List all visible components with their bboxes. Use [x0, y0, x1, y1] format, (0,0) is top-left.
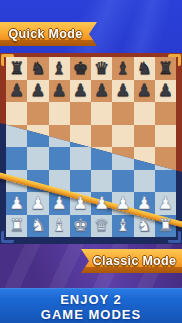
square[interactable] [91, 125, 112, 148]
piece-black-pawn[interactable]: ♟ [134, 80, 155, 103]
square[interactable] [134, 102, 155, 125]
piece-black-knight[interactable]: ♞ [134, 57, 155, 80]
square[interactable] [49, 102, 70, 125]
piece-black-pawn[interactable]: ♟ [112, 80, 133, 103]
piece-white-bishop[interactable]: ♝ [112, 215, 133, 238]
piece-white-pawn[interactable]: ♟ [155, 192, 176, 215]
square[interactable] [134, 170, 155, 193]
square[interactable] [155, 170, 176, 193]
square[interactable] [6, 147, 27, 170]
square[interactable] [112, 102, 133, 125]
quick-mode-banner[interactable]: Quick Mode [0, 22, 97, 46]
piece-white-bishop[interactable]: ♝ [49, 215, 70, 238]
square[interactable] [91, 102, 112, 125]
piece-black-rook[interactable]: ♜ [155, 57, 176, 80]
piece-black-pawn[interactable]: ♟ [27, 80, 48, 103]
square[interactable] [70, 170, 91, 193]
square[interactable] [6, 102, 27, 125]
piece-black-bishop[interactable]: ♝ [49, 57, 70, 80]
piece-black-pawn[interactable]: ♟ [91, 80, 112, 103]
piece-black-queen[interactable]: ♛ [91, 57, 112, 80]
square[interactable] [27, 102, 48, 125]
classic-mode-banner[interactable]: Classic Mode [81, 249, 182, 273]
square[interactable] [91, 170, 112, 193]
square[interactable] [134, 125, 155, 148]
square[interactable] [70, 102, 91, 125]
footer-band: ENJOY 2 GAME MODES [0, 288, 182, 323]
piece-white-pawn[interactable]: ♟ [49, 192, 70, 215]
piece-black-pawn[interactable]: ♟ [155, 80, 176, 103]
piece-black-bishop[interactable]: ♝ [112, 57, 133, 80]
square[interactable] [155, 125, 176, 148]
piece-white-rook[interactable]: ♜ [6, 215, 27, 238]
square[interactable] [112, 125, 133, 148]
piece-white-pawn[interactable]: ♟ [27, 192, 48, 215]
chess-board: ♜♞♝♚♛♝♞♜♟♟♟♟♟♟♟♟♟♟♟♟♟♟♟♟♜♞♝♚♛♝♞♜ [0, 53, 182, 244]
footer-line-2: GAME MODES [41, 307, 141, 322]
square[interactable] [27, 147, 48, 170]
chess-app-promo-screen: ♜♞♝♚♛♝♞♜♟♟♟♟♟♟♟♟♟♟♟♟♟♟♟♟♜♞♝♚♛♝♞♜ Quick M… [0, 0, 182, 323]
piece-black-knight[interactable]: ♞ [27, 57, 48, 80]
piece-white-pawn[interactable]: ♟ [112, 192, 133, 215]
piece-white-pawn[interactable]: ♟ [91, 192, 112, 215]
footer-line-1: ENJOY 2 [60, 292, 122, 307]
square[interactable] [49, 147, 70, 170]
square[interactable] [112, 170, 133, 193]
piece-black-pawn[interactable]: ♟ [49, 80, 70, 103]
piece-white-pawn[interactable]: ♟ [70, 192, 91, 215]
piece-white-pawn[interactable]: ♟ [134, 192, 155, 215]
square[interactable] [70, 147, 91, 170]
piece-black-rook[interactable]: ♜ [6, 57, 27, 80]
piece-black-king[interactable]: ♚ [70, 57, 91, 80]
piece-white-king[interactable]: ♚ [70, 215, 91, 238]
piece-white-knight[interactable]: ♞ [27, 215, 48, 238]
piece-black-pawn[interactable]: ♟ [70, 80, 91, 103]
square[interactable] [155, 102, 176, 125]
piece-white-knight[interactable]: ♞ [134, 215, 155, 238]
piece-white-pawn[interactable]: ♟ [6, 192, 27, 215]
piece-white-rook[interactable]: ♜ [155, 215, 176, 238]
piece-black-pawn[interactable]: ♟ [6, 80, 27, 103]
classic-mode-label: Classic Mode [93, 254, 177, 268]
quick-mode-label: Quick Mode [9, 27, 83, 41]
piece-white-queen[interactable]: ♛ [91, 215, 112, 238]
